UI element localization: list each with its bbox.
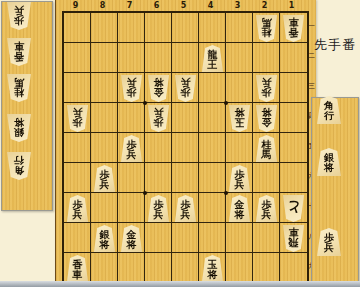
board-square-9五[interactable] (64, 133, 91, 163)
piece-kanji: 香車 (289, 18, 299, 38)
piece-kanji: 龍王 (208, 50, 218, 70)
hand-item-角行: 角行1 (6, 159, 17, 173)
hand-item-銀将: 銀将1 (316, 155, 327, 169)
piece-角行-sente[interactable]: 角行 (316, 96, 342, 124)
file-label-9: 9 (62, 0, 89, 11)
piece-kanji: 金将 (154, 78, 164, 98)
piece-kanji: 飛車 (289, 228, 299, 248)
hand-item-香車: 香車2 (6, 45, 17, 59)
board-square-5五[interactable] (172, 133, 199, 163)
piece-kanji: 歩兵 (181, 78, 191, 98)
board-square-5六[interactable] (172, 163, 199, 193)
board-square-9六[interactable] (64, 163, 91, 193)
turn-indicator: 先手番 (314, 36, 356, 54)
shogi-board: 987654321 一二三四五六七八九 桂馬香車龍王歩兵金将歩兵歩兵歩兵歩兵玉将… (55, 0, 316, 282)
board-square-7六[interactable] (118, 163, 145, 193)
piece-kanji: 歩兵 (127, 140, 137, 160)
piece-kanji: 玉将 (208, 260, 218, 280)
board-square-3八[interactable] (226, 223, 253, 253)
piece-kanji: 歩兵 (154, 108, 164, 128)
board-square-7四[interactable] (118, 103, 145, 133)
board-square-9三[interactable] (64, 73, 91, 103)
piece-kanji: 桂馬 (262, 18, 272, 38)
piece-kanji: 角行 (324, 101, 334, 121)
gote-hand-tray: 歩兵1香車2桂馬2銀将2角行1 (1, 1, 53, 211)
piece-kanji: 玉将 (235, 108, 245, 128)
shogi-app: 歩兵1香車2桂馬2銀将2角行1 987654321 一二三四五六七八九 桂馬香車… (0, 0, 360, 287)
board-square-2九[interactable] (253, 253, 280, 283)
board-square-6二[interactable] (145, 43, 172, 73)
board-square-5一[interactable] (172, 13, 199, 43)
board-square-3五[interactable] (226, 133, 253, 163)
piece-歩兵-sente[interactable]: 歩兵 (316, 228, 342, 256)
star-point (143, 191, 147, 195)
hand-item-桂馬: 桂馬2 (6, 81, 17, 95)
board-square-7二[interactable] (118, 43, 145, 73)
file-label-7: 7 (116, 0, 143, 11)
hand-item-歩兵: 歩兵4 (316, 235, 327, 249)
board-square-5八[interactable] (172, 223, 199, 253)
file-label-4: 4 (197, 0, 224, 11)
board-square-8五[interactable] (91, 133, 118, 163)
board-square-1二[interactable] (280, 43, 307, 73)
board-square-4七[interactable] (199, 193, 226, 223)
piece-kanji: 金将 (127, 230, 137, 250)
piece-kanji: 歩兵 (127, 78, 137, 98)
board-square-1四[interactable] (280, 103, 307, 133)
status-bar (0, 281, 360, 287)
board-square-6一[interactable] (145, 13, 172, 43)
board-square-3三[interactable] (226, 73, 253, 103)
board-square-6八[interactable] (145, 223, 172, 253)
board-square-7七[interactable] (118, 193, 145, 223)
board-square-2二[interactable] (253, 43, 280, 73)
piece-kanji: 歩兵 (14, 5, 24, 25)
piece-kanji: 歩兵 (262, 78, 272, 98)
piece-kanji: 歩兵 (73, 108, 83, 128)
board-square-9一[interactable] (64, 13, 91, 43)
board-square-9八[interactable] (64, 223, 91, 253)
hand-item-銀将: 銀将2 (6, 121, 17, 135)
star-point (143, 101, 147, 105)
board-square-1九[interactable] (280, 253, 307, 283)
piece-kanji: 桂馬 (262, 140, 272, 160)
piece-kanji: 歩兵 (324, 233, 334, 253)
hand-item-角行: 角行1 (316, 103, 327, 117)
piece-香車-gote[interactable]: 香車 (6, 38, 32, 66)
piece-角行-gote[interactable]: 角行 (6, 152, 32, 180)
piece-桂馬-gote[interactable]: 桂馬 (6, 74, 32, 102)
board-square-8一[interactable] (91, 13, 118, 43)
piece-kanji: 角行 (14, 155, 24, 175)
board-square-8四[interactable] (91, 103, 118, 133)
board-grid: 桂馬香車龍王歩兵金将歩兵歩兵歩兵歩兵玉将金将歩兵桂馬歩兵歩兵歩兵歩兵歩兵金将歩兵… (62, 11, 309, 285)
piece-kanji: 歩兵 (154, 200, 164, 220)
board-square-5四[interactable] (172, 103, 199, 133)
board-square-3一[interactable] (226, 13, 253, 43)
piece-銀将-sente[interactable]: 銀将 (316, 148, 342, 176)
board-square-6六[interactable] (145, 163, 172, 193)
piece-kanji: 歩兵 (235, 170, 245, 190)
star-point (224, 101, 228, 105)
board-square-8三[interactable] (91, 73, 118, 103)
piece-kanji: 歩兵 (181, 200, 191, 220)
board-square-1三[interactable] (280, 73, 307, 103)
board-square-1五[interactable] (280, 133, 307, 163)
board-square-4六[interactable] (199, 163, 226, 193)
sente-hand-tray: 角行1銀将1歩兵4 (311, 97, 359, 287)
board-square-9二[interactable] (64, 43, 91, 73)
board-square-1六[interactable] (280, 163, 307, 193)
piece-kanji: 桂馬 (14, 77, 24, 97)
piece-kanji: 歩兵 (100, 170, 110, 190)
piece-kanji: 歩兵 (73, 200, 83, 220)
piece-kanji: 金将 (262, 108, 272, 128)
board-square-4八[interactable] (199, 223, 226, 253)
board-square-2八[interactable] (253, 223, 280, 253)
piece-kanji: と (286, 200, 300, 215)
piece-銀将-gote[interactable]: 銀将 (6, 114, 32, 142)
board-square-8九[interactable] (91, 253, 118, 283)
board-square-4五[interactable] (199, 133, 226, 163)
piece-歩兵-gote[interactable]: 歩兵 (6, 2, 32, 30)
board-square-3九[interactable] (226, 253, 253, 283)
file-label-3: 3 (224, 0, 251, 11)
file-label-2: 2 (251, 0, 278, 11)
file-labels: 987654321 (62, 0, 305, 11)
board-square-7九[interactable] (118, 253, 145, 283)
board-square-4一[interactable] (199, 13, 226, 43)
file-label-1: 1 (278, 0, 305, 11)
board-square-5九[interactable] (172, 253, 199, 283)
board-square-7一[interactable] (118, 13, 145, 43)
board-square-8二[interactable] (91, 43, 118, 73)
piece-kanji: 銀将 (100, 230, 110, 250)
board-square-2六[interactable] (253, 163, 280, 193)
piece-kanji: 銀将 (324, 153, 334, 173)
piece-kanji: 香車 (73, 260, 83, 280)
board-square-4四[interactable] (199, 103, 226, 133)
star-point (224, 191, 228, 195)
board-square-6五[interactable] (145, 133, 172, 163)
piece-kanji: 金将 (235, 200, 245, 220)
file-label-6: 6 (143, 0, 170, 11)
board-square-8七[interactable] (91, 193, 118, 223)
file-label-8: 8 (89, 0, 116, 11)
file-label-5: 5 (170, 0, 197, 11)
piece-kanji: 歩兵 (262, 200, 272, 220)
board-square-6九[interactable] (145, 253, 172, 283)
piece-kanji: 香車 (14, 41, 24, 61)
piece-kanji: 銀将 (14, 117, 24, 137)
board-square-4三[interactable] (199, 73, 226, 103)
board-square-3二[interactable] (226, 43, 253, 73)
board-square-5二[interactable] (172, 43, 199, 73)
hand-item-歩兵: 歩兵1 (6, 9, 17, 23)
